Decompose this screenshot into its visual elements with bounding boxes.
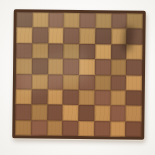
board-square-light	[127, 14, 143, 30]
board-square-dark	[31, 89, 47, 105]
board-square-dark	[95, 29, 111, 45]
board-square-dark	[15, 104, 31, 120]
board-square-light	[63, 44, 79, 60]
board-square-light	[63, 105, 79, 121]
board-square-light	[16, 89, 32, 105]
board-square-dark	[95, 59, 111, 75]
board-square-dark	[64, 28, 80, 44]
board-square-light	[32, 43, 48, 59]
board-square-light	[79, 59, 95, 75]
board-square-dark	[63, 59, 79, 75]
board-square-dark	[126, 60, 142, 76]
board-square-light	[32, 74, 48, 90]
board-square-light	[95, 44, 111, 60]
board-square-light	[79, 90, 95, 106]
board-square-light	[110, 60, 126, 76]
board-square-dark	[94, 121, 110, 137]
board-square-dark	[110, 106, 126, 122]
board-square-light	[16, 28, 32, 44]
board-square-dark	[17, 12, 33, 28]
board-square-light	[48, 59, 64, 75]
board-square-light	[110, 121, 126, 137]
board-square-light	[126, 106, 142, 122]
board-square-light	[95, 13, 111, 29]
board-square-dark	[63, 90, 79, 106]
board-square-light	[48, 28, 64, 44]
board-square-light	[47, 89, 63, 105]
board-square-dark	[78, 105, 94, 121]
board-square-dark	[31, 120, 47, 136]
board-square-light	[47, 120, 63, 136]
board-square-light	[78, 121, 94, 137]
board-square-light	[95, 75, 111, 91]
board-square-light	[31, 105, 47, 121]
board-square-dark	[16, 74, 32, 90]
board-square-dark	[79, 44, 95, 60]
board-square-dark	[47, 74, 63, 90]
board-square-light	[94, 105, 110, 121]
board-square-dark	[48, 13, 64, 29]
photo-background	[0, 0, 155, 155]
board-square-dark	[94, 90, 110, 106]
board-square-dark	[62, 120, 78, 136]
board-square-dark	[80, 13, 96, 29]
board-square-dark	[32, 59, 48, 75]
board-square-dark	[47, 105, 63, 121]
board-square-light	[126, 44, 142, 60]
board-square-dark	[79, 75, 95, 91]
board-square-light	[64, 13, 80, 29]
board-square-dark	[32, 28, 48, 44]
board-square-dark	[110, 75, 126, 91]
board-square-dark	[126, 90, 142, 106]
board-square-dark	[127, 29, 143, 45]
board-square-dark	[48, 43, 64, 59]
board-square-light	[16, 58, 32, 74]
board-square-light	[111, 29, 127, 45]
board-square-dark	[111, 13, 127, 29]
chessboard	[12, 9, 146, 140]
board-square-light	[79, 28, 95, 44]
board-square-light	[15, 120, 31, 136]
board-square-light	[126, 75, 142, 91]
board-square-light	[110, 90, 126, 106]
board-square-light	[32, 12, 48, 28]
board-grid	[15, 12, 142, 137]
board-square-dark	[125, 121, 141, 137]
board-square-dark	[111, 44, 127, 60]
board-square-light	[63, 74, 79, 90]
board-square-dark	[16, 43, 32, 59]
